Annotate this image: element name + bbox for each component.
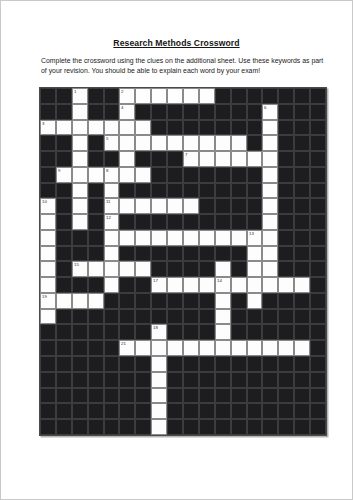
cell-r1-c15 xyxy=(262,88,278,104)
cell-r21-c17 xyxy=(294,403,310,419)
cell-r4-c13[interactable] xyxy=(231,135,247,151)
cell-r13-c6 xyxy=(119,277,135,293)
cell-r15-c6 xyxy=(119,309,135,325)
cell-r13-c8[interactable]: 17 xyxy=(151,277,167,293)
cell-r1-c7[interactable] xyxy=(135,88,151,104)
cell-r21-c3 xyxy=(72,403,88,419)
cell-r10-c1[interactable] xyxy=(40,230,56,246)
cell-r10-c8[interactable] xyxy=(151,230,167,246)
cell-r9-c7 xyxy=(135,214,151,230)
cell-r11-c3 xyxy=(72,246,88,262)
cell-r18-c3 xyxy=(72,356,88,372)
cell-r18-c12 xyxy=(215,356,231,372)
cell-r4-c10[interactable] xyxy=(183,135,199,151)
cell-r13-c1[interactable] xyxy=(40,277,56,293)
cell-r4-c5[interactable]: 5 xyxy=(104,135,120,151)
cell-r18-c13 xyxy=(231,356,247,372)
cell-r13-c13[interactable] xyxy=(231,277,247,293)
cell-r2-c9 xyxy=(167,104,183,120)
cell-r3-c5[interactable] xyxy=(104,120,120,136)
cell-r16-c12[interactable] xyxy=(215,324,231,340)
cell-r1-c3[interactable]: 1 xyxy=(72,88,88,104)
cell-r16-c1 xyxy=(40,324,56,340)
cell-r21-c16 xyxy=(278,403,294,419)
cell-r2-c17 xyxy=(294,104,310,120)
cell-r19-c4 xyxy=(88,372,104,388)
cell-r14-c5 xyxy=(104,293,120,309)
cell-r18-c9 xyxy=(167,356,183,372)
instructions-text: Complete the crossword using the clues o… xyxy=(41,56,341,76)
cell-r12-c2 xyxy=(56,261,72,277)
cell-r2-c3[interactable] xyxy=(72,104,88,120)
cell-r22-c11 xyxy=(199,419,215,435)
cell-r7-c6 xyxy=(119,183,135,199)
cell-r22-c8[interactable] xyxy=(151,419,167,435)
cell-r12-c6[interactable] xyxy=(119,261,135,277)
cell-r14-c10 xyxy=(183,293,199,309)
instructions-line-2: of your revision. You should be able to … xyxy=(41,66,341,76)
cell-r13-c12[interactable]: 14 xyxy=(215,277,231,293)
cell-r12-c7[interactable] xyxy=(135,261,151,277)
worksheet-page: Research Methods Crossword Complete the … xyxy=(0,0,353,500)
cell-r12-c1[interactable] xyxy=(40,261,56,277)
cell-r19-c1 xyxy=(40,372,56,388)
crossword-grid: 12463579810111213151714191821 xyxy=(39,87,327,436)
cell-r14-c7 xyxy=(135,293,151,309)
cell-r2-c7 xyxy=(135,104,151,120)
cell-r11-c13 xyxy=(231,246,247,262)
cell-r19-c18 xyxy=(310,372,326,388)
cell-r7-c15[interactable] xyxy=(262,183,278,199)
cell-r6-c7[interactable] xyxy=(135,167,151,183)
cell-r18-c2 xyxy=(56,356,72,372)
cell-r20-c3 xyxy=(72,388,88,404)
cell-r10-c17 xyxy=(294,230,310,246)
cell-r10-c10[interactable] xyxy=(183,230,199,246)
cell-r7-c13 xyxy=(231,183,247,199)
cell-r12-c9 xyxy=(167,261,183,277)
cell-r20-c17 xyxy=(294,388,310,404)
cell-r17-c14[interactable] xyxy=(247,340,263,356)
cell-r17-c12[interactable] xyxy=(215,340,231,356)
cell-r3-c11 xyxy=(199,120,215,136)
cell-r13-c3 xyxy=(72,277,88,293)
cell-r4-c6[interactable] xyxy=(119,135,135,151)
cell-r20-c14 xyxy=(247,388,263,404)
cell-r14-c13 xyxy=(231,293,247,309)
cell-r3-c13 xyxy=(231,120,247,136)
cell-r7-c1 xyxy=(40,183,56,199)
cell-r11-c5[interactable] xyxy=(104,246,120,262)
cell-r15-c5 xyxy=(104,309,120,325)
cell-r13-c15[interactable] xyxy=(262,277,278,293)
cell-r9-c4 xyxy=(88,214,104,230)
clue-number: 5 xyxy=(106,136,108,140)
cell-r10-c11[interactable] xyxy=(199,230,215,246)
cell-r19-c10 xyxy=(183,372,199,388)
cell-r5-c17 xyxy=(294,151,310,167)
cell-r18-c8[interactable] xyxy=(151,356,167,372)
cell-r7-c18 xyxy=(310,183,326,199)
cell-r13-c4 xyxy=(88,277,104,293)
cell-r5-c12[interactable] xyxy=(215,151,231,167)
cell-r14-c18 xyxy=(310,293,326,309)
cell-r3-c7[interactable] xyxy=(135,120,151,136)
cell-r20-c1 xyxy=(40,388,56,404)
cell-r4-c17 xyxy=(294,135,310,151)
cell-r8-c12 xyxy=(215,198,231,214)
cell-r9-c2 xyxy=(56,214,72,230)
cell-r21-c8[interactable] xyxy=(151,403,167,419)
cell-r12-c5[interactable] xyxy=(104,261,120,277)
cell-r17-c6[interactable]: 21 xyxy=(119,340,135,356)
cell-r5-c10[interactable]: 7 xyxy=(183,151,199,167)
cell-r2-c15[interactable]: 6 xyxy=(262,104,278,120)
cell-r5-c1 xyxy=(40,151,56,167)
cell-r12-c12[interactable] xyxy=(215,261,231,277)
cell-r8-c14 xyxy=(247,198,263,214)
clue-number: 9 xyxy=(58,168,60,172)
cell-r19-c3 xyxy=(72,372,88,388)
cell-r11-c1[interactable] xyxy=(40,246,56,262)
cell-r1-c4 xyxy=(88,88,104,104)
cell-r11-c2 xyxy=(56,246,72,262)
cell-r19-c9 xyxy=(167,372,183,388)
cell-r16-c6 xyxy=(119,324,135,340)
cell-r21-c7 xyxy=(135,403,151,419)
cell-r21-c12 xyxy=(215,403,231,419)
cell-r16-c7 xyxy=(135,324,151,340)
cell-r2-c6[interactable]: 4 xyxy=(119,104,135,120)
cell-r10-c5[interactable] xyxy=(104,230,120,246)
cell-r2-c10 xyxy=(183,104,199,120)
cell-r9-c3[interactable] xyxy=(72,214,88,230)
cell-r4-c9[interactable] xyxy=(167,135,183,151)
cell-r1-c16 xyxy=(278,88,294,104)
cell-r1-c10[interactable] xyxy=(183,88,199,104)
cell-r17-c4 xyxy=(88,340,104,356)
cell-r5-c8 xyxy=(151,151,167,167)
cell-r8-c11 xyxy=(199,198,215,214)
clue-number: 10 xyxy=(42,199,47,203)
cell-r21-c9 xyxy=(167,403,183,419)
cell-r5-c7 xyxy=(135,151,151,167)
cell-r1-c18 xyxy=(310,88,326,104)
cell-r11-c9 xyxy=(167,246,183,262)
cell-r4-c15[interactable] xyxy=(262,135,278,151)
cell-r11-c8 xyxy=(151,246,167,262)
cell-r20-c7 xyxy=(135,388,151,404)
cell-r15-c1[interactable] xyxy=(40,309,56,325)
cell-r10-c9[interactable] xyxy=(167,230,183,246)
cell-r9-c1[interactable] xyxy=(40,214,56,230)
cell-r20-c15 xyxy=(262,388,278,404)
cell-r6-c8 xyxy=(151,167,167,183)
cell-r3-c15[interactable] xyxy=(262,120,278,136)
cell-r7-c17 xyxy=(294,183,310,199)
cell-r20-c4 xyxy=(88,388,104,404)
cell-r7-c7 xyxy=(135,183,151,199)
cell-r17-c11[interactable] xyxy=(199,340,215,356)
cell-r4-c4 xyxy=(88,135,104,151)
cell-r4-c12[interactable] xyxy=(215,135,231,151)
cell-r20-c10 xyxy=(183,388,199,404)
cell-r13-c7 xyxy=(135,277,151,293)
cell-r20-c12 xyxy=(215,388,231,404)
cell-r9-c5[interactable]: 12 xyxy=(104,214,120,230)
cell-r13-c11[interactable] xyxy=(199,277,215,293)
cell-r4-c11[interactable] xyxy=(199,135,215,151)
cell-r5-c3[interactable] xyxy=(72,151,88,167)
cell-r17-c10[interactable] xyxy=(183,340,199,356)
cell-r16-c10 xyxy=(183,324,199,340)
cell-r3-c17 xyxy=(294,120,310,136)
cell-r10-c13[interactable] xyxy=(231,230,247,246)
cell-r18-c7 xyxy=(135,356,151,372)
cell-r22-c9 xyxy=(167,419,183,435)
cell-r16-c4 xyxy=(88,324,104,340)
cell-r6-c5[interactable]: 8 xyxy=(104,167,120,183)
cell-r17-c9[interactable] xyxy=(167,340,183,356)
cell-r18-c4 xyxy=(88,356,104,372)
cell-r20-c5 xyxy=(104,388,120,404)
cell-r4-c16 xyxy=(278,135,294,151)
cell-r4-c7[interactable] xyxy=(135,135,151,151)
clue-number: 7 xyxy=(185,152,187,156)
cell-r6-c16 xyxy=(278,167,294,183)
cell-r1-c2 xyxy=(56,88,72,104)
cell-r6-c18 xyxy=(310,167,326,183)
cell-r16-c17 xyxy=(294,324,310,340)
cell-r6-c6[interactable] xyxy=(119,167,135,183)
cell-r11-c6 xyxy=(119,246,135,262)
cell-r21-c6 xyxy=(119,403,135,419)
cell-r17-c8[interactable] xyxy=(151,340,167,356)
clue-number: 1 xyxy=(74,89,76,93)
cell-r19-c11 xyxy=(199,372,215,388)
cell-r11-c18 xyxy=(310,246,326,262)
cell-r8-c5[interactable]: 11 xyxy=(104,198,120,214)
cell-r6-c13 xyxy=(231,167,247,183)
cell-r8-c9[interactable] xyxy=(167,198,183,214)
cell-r6-c12 xyxy=(215,167,231,183)
cell-r14-c4[interactable] xyxy=(88,293,104,309)
cell-r10-c7[interactable] xyxy=(135,230,151,246)
cell-r2-c8 xyxy=(151,104,167,120)
cell-r1-c9[interactable] xyxy=(167,88,183,104)
cell-r15-c14 xyxy=(247,309,263,325)
cell-r9-c13 xyxy=(231,214,247,230)
cell-r19-c8[interactable] xyxy=(151,372,167,388)
cell-r10-c15[interactable] xyxy=(262,230,278,246)
cell-r18-c15 xyxy=(262,356,278,372)
cell-r22-c13 xyxy=(231,419,247,435)
cell-r6-c2[interactable]: 9 xyxy=(56,167,72,183)
cell-r14-c3[interactable] xyxy=(72,293,88,309)
cell-r16-c15 xyxy=(262,324,278,340)
cell-r6-c3[interactable] xyxy=(72,167,88,183)
cell-r2-c11 xyxy=(199,104,215,120)
cell-r5-c9 xyxy=(167,151,183,167)
cell-r9-c6 xyxy=(119,214,135,230)
cell-r18-c16 xyxy=(278,356,294,372)
cell-r22-c17 xyxy=(294,419,310,435)
cell-r19-c13 xyxy=(231,372,247,388)
cell-r1-c17 xyxy=(294,88,310,104)
cell-r4-c3[interactable] xyxy=(72,135,88,151)
cell-r6-c4[interactable] xyxy=(88,167,104,183)
cell-r9-c9 xyxy=(167,214,183,230)
clue-number: 21 xyxy=(121,341,126,345)
cell-r10-c18 xyxy=(310,230,326,246)
cell-r21-c11 xyxy=(199,403,215,419)
cell-r14-c1[interactable]: 19 xyxy=(40,293,56,309)
cell-r3-c10 xyxy=(183,120,199,136)
cell-r8-c7[interactable] xyxy=(135,198,151,214)
cell-r6-c15[interactable] xyxy=(262,167,278,183)
cell-r8-c17 xyxy=(294,198,310,214)
cell-r17-c5 xyxy=(104,340,120,356)
cell-r7-c3[interactable] xyxy=(72,183,88,199)
cell-r12-c17 xyxy=(294,261,310,277)
cell-r13-c14[interactable] xyxy=(247,277,263,293)
cell-r13-c16[interactable] xyxy=(278,277,294,293)
cell-r3-c3[interactable] xyxy=(72,120,88,136)
cell-r17-c2 xyxy=(56,340,72,356)
cell-r18-c1 xyxy=(40,356,56,372)
cell-r18-c14 xyxy=(247,356,263,372)
cell-r1-c8[interactable] xyxy=(151,88,167,104)
cell-r2-c12 xyxy=(215,104,231,120)
cell-r10-c12[interactable] xyxy=(215,230,231,246)
cell-r4-c1 xyxy=(40,135,56,151)
cell-r5-c13[interactable] xyxy=(231,151,247,167)
cell-r2-c4 xyxy=(88,104,104,120)
cell-r11-c16 xyxy=(278,246,294,262)
cell-r2-c14 xyxy=(247,104,263,120)
cell-r14-c2[interactable] xyxy=(56,293,72,309)
cell-r15-c18 xyxy=(310,309,326,325)
cell-r17-c18 xyxy=(310,340,326,356)
cell-r3-c1[interactable]: 3 xyxy=(40,120,56,136)
cell-r3-c2[interactable] xyxy=(56,120,72,136)
cell-r17-c13[interactable] xyxy=(231,340,247,356)
cell-r13-c5[interactable] xyxy=(104,277,120,293)
cell-r14-c14[interactable] xyxy=(247,293,263,309)
cell-r8-c1[interactable]: 10 xyxy=(40,198,56,214)
cell-r1-c5 xyxy=(104,88,120,104)
cell-r9-c16 xyxy=(278,214,294,230)
cell-r14-c12[interactable] xyxy=(215,293,231,309)
cell-r7-c8 xyxy=(151,183,167,199)
cell-r18-c5 xyxy=(104,356,120,372)
cell-r16-c5 xyxy=(104,324,120,340)
cell-r12-c15[interactable] xyxy=(262,261,278,277)
cell-r17-c17[interactable] xyxy=(294,340,310,356)
cell-r7-c4 xyxy=(88,183,104,199)
cell-r17-c15[interactable] xyxy=(262,340,278,356)
cell-r4-c8[interactable] xyxy=(151,135,167,151)
cell-r7-c12 xyxy=(215,183,231,199)
cell-r11-c15[interactable] xyxy=(262,246,278,262)
cell-r16-c2 xyxy=(56,324,72,340)
cell-r7-c14 xyxy=(247,183,263,199)
cell-r14-c16 xyxy=(278,293,294,309)
cell-r8-c6[interactable] xyxy=(119,198,135,214)
cell-r16-c3 xyxy=(72,324,88,340)
cell-r1-c6[interactable]: 2 xyxy=(119,88,135,104)
cell-r1-c11[interactable] xyxy=(199,88,215,104)
cell-r10-c16 xyxy=(278,230,294,246)
cell-r15-c12[interactable] xyxy=(215,309,231,325)
cell-r5-c11[interactable] xyxy=(199,151,215,167)
cell-r8-c8[interactable] xyxy=(151,198,167,214)
cell-r12-c3[interactable]: 15 xyxy=(72,261,88,277)
cell-r10-c2 xyxy=(56,230,72,246)
cell-r6-c10 xyxy=(183,167,199,183)
cell-r1-c12 xyxy=(215,88,231,104)
clue-number: 12 xyxy=(106,215,111,219)
cell-r19-c2 xyxy=(56,372,72,388)
cell-r13-c9[interactable] xyxy=(167,277,183,293)
cell-r11-c14[interactable] xyxy=(247,246,263,262)
cell-r13-c17[interactable] xyxy=(294,277,310,293)
cell-r5-c14[interactable] xyxy=(247,151,263,167)
cell-r5-c15[interactable] xyxy=(262,151,278,167)
cell-r12-c14[interactable] xyxy=(247,261,263,277)
cell-r3-c6[interactable] xyxy=(119,120,135,136)
cell-r10-c14[interactable]: 13 xyxy=(247,230,263,246)
cell-r7-c16 xyxy=(278,183,294,199)
clue-number: 17 xyxy=(153,278,158,282)
cell-r3-c4[interactable] xyxy=(88,120,104,136)
cell-r7-c5[interactable] xyxy=(104,183,120,199)
cell-r17-c7[interactable] xyxy=(135,340,151,356)
cell-r16-c13 xyxy=(231,324,247,340)
cell-r21-c10 xyxy=(183,403,199,419)
cell-r12-c18 xyxy=(310,261,326,277)
cell-r17-c3 xyxy=(72,340,88,356)
cell-r20-c8[interactable] xyxy=(151,388,167,404)
cell-r20-c11 xyxy=(199,388,215,404)
cell-r6-c1 xyxy=(40,167,56,183)
cell-r9-c17 xyxy=(294,214,310,230)
clue-number: 19 xyxy=(42,294,47,298)
cell-r12-c16 xyxy=(278,261,294,277)
cell-r11-c17 xyxy=(294,246,310,262)
cell-r16-c11 xyxy=(199,324,215,340)
cell-r16-c8[interactable]: 18 xyxy=(151,324,167,340)
cell-r20-c9 xyxy=(167,388,183,404)
cell-r10-c6[interactable] xyxy=(119,230,135,246)
cell-r12-c4[interactable] xyxy=(88,261,104,277)
cell-r8-c3[interactable] xyxy=(72,198,88,214)
cell-r9-c15[interactable] xyxy=(262,214,278,230)
cell-r10-c4 xyxy=(88,230,104,246)
cell-r4-c14 xyxy=(247,135,263,151)
cell-r21-c15 xyxy=(262,403,278,419)
cell-r5-c6[interactable] xyxy=(119,151,135,167)
cell-r17-c16[interactable] xyxy=(278,340,294,356)
cell-r8-c15[interactable] xyxy=(262,198,278,214)
cell-r8-c10[interactable] xyxy=(183,198,199,214)
cell-r21-c1 xyxy=(40,403,56,419)
clue-number: 6 xyxy=(264,105,266,109)
cell-r8-c4 xyxy=(88,198,104,214)
cell-r6-c9 xyxy=(167,167,183,183)
cell-r20-c18 xyxy=(310,388,326,404)
cell-r13-c10[interactable] xyxy=(183,277,199,293)
